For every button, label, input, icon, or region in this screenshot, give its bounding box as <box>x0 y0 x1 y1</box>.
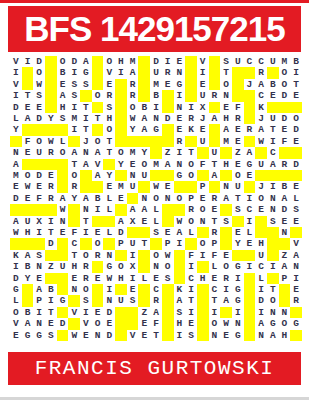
highlight-cell <box>80 90 92 101</box>
page-title: BFS 1429157215 <box>24 9 284 49</box>
highlight-cell <box>57 273 69 284</box>
highlight-cell <box>45 79 57 90</box>
letter-cell: E <box>103 318 115 329</box>
highlight-cell <box>57 170 69 181</box>
highlight-cell <box>22 295 34 306</box>
letter-cell: C <box>255 261 267 272</box>
letter-cell: S <box>68 90 80 101</box>
highlight-cell <box>92 295 104 306</box>
letter-cell: T <box>103 136 115 147</box>
letter-cell: B <box>22 261 34 272</box>
letter-cell: F <box>68 227 80 238</box>
highlight-cell <box>232 90 244 101</box>
letter-cell: N <box>33 318 45 329</box>
letter-cell: W <box>10 227 22 238</box>
letter-cell: I <box>185 102 197 113</box>
letter-cell: G <box>244 159 256 170</box>
highlight-cell <box>279 102 291 113</box>
letter-cell: O <box>185 159 197 170</box>
highlight-cell <box>174 261 186 272</box>
letter-cell: E <box>197 79 209 90</box>
highlight-cell <box>80 181 92 192</box>
letter-cell: G <box>232 284 244 295</box>
highlight-cell <box>45 250 57 261</box>
highlight-cell <box>45 204 57 215</box>
letter-cell: Y <box>45 113 57 124</box>
letter-cell: N <box>267 193 279 204</box>
letter-cell: N <box>197 216 209 227</box>
letter-cell: S <box>162 273 174 284</box>
letter-cell: L <box>103 227 115 238</box>
letter-cell: M <box>220 136 232 147</box>
letter-cell: T <box>80 102 92 113</box>
letter-cell: E <box>244 170 256 181</box>
letter-cell: H <box>103 113 115 124</box>
letter-cell: I <box>10 261 22 272</box>
letter-cell: C <box>68 238 80 249</box>
highlight-cell <box>220 307 232 318</box>
letter-cell: W <box>33 79 45 90</box>
highlight-cell <box>138 261 150 272</box>
letter-cell: W <box>103 273 115 284</box>
highlight-cell <box>267 67 279 78</box>
highlight-cell <box>127 318 139 329</box>
letter-cell: S <box>127 295 139 306</box>
letter-cell: T <box>220 67 232 78</box>
letter-cell: I <box>68 102 80 113</box>
letter-cell: R <box>127 90 139 101</box>
letter-cell: L <box>103 193 115 204</box>
letter-cell: E <box>197 193 209 204</box>
letter-cell: T <box>92 113 104 124</box>
letter-cell: M <box>150 159 162 170</box>
highlight-cell <box>209 56 221 67</box>
letter-cell: A <box>279 261 291 272</box>
letter-cell: W <box>220 318 232 329</box>
highlight-cell <box>115 250 127 261</box>
letter-cell: C <box>255 90 267 101</box>
letter-cell: R <box>209 193 221 204</box>
letter-cell: M <box>68 113 80 124</box>
highlight-cell <box>92 102 104 113</box>
letter-cell: O <box>127 102 139 113</box>
letter-cell: G <box>33 330 45 341</box>
top-red-border <box>0 0 309 3</box>
letter-cell: W <box>162 250 174 261</box>
letter-cell: T <box>22 90 34 101</box>
letter-cell: B <box>92 193 104 204</box>
letter-cell: E <box>162 79 174 90</box>
letter-cell: U <box>197 90 209 101</box>
letter-cell: A <box>290 250 302 261</box>
letter-cell: U <box>127 181 139 192</box>
letter-cell: S <box>174 307 186 318</box>
letter-cell: E <box>209 204 221 215</box>
letter-cell: A <box>209 170 221 181</box>
highlight-cell <box>209 102 221 113</box>
letter-cell: R <box>45 147 57 158</box>
letter-cell: A <box>138 204 150 215</box>
highlight-cell <box>92 124 104 135</box>
letter-cell: N <box>127 170 139 181</box>
letter-cell: I <box>33 227 45 238</box>
letter-cell: N <box>10 147 22 158</box>
letter-cell: O <box>267 295 279 306</box>
letter-cell: O <box>115 147 127 158</box>
letter-cell: A <box>138 113 150 124</box>
letter-cell: N <box>174 67 186 78</box>
highlight-cell <box>244 273 256 284</box>
letter-cell: T <box>290 79 302 90</box>
highlight-cell <box>209 181 221 192</box>
letter-cell: G <box>10 284 22 295</box>
letter-cell: E <box>138 216 150 227</box>
letter-cell: C <box>244 56 256 67</box>
letter-cell: U <box>267 56 279 67</box>
highlight-cell <box>45 159 57 170</box>
letter-cell: O <box>115 261 127 272</box>
highlight-cell <box>255 147 267 158</box>
letter-cell: T <box>103 147 115 158</box>
letter-cell: I <box>244 261 256 272</box>
letter-cell: U <box>232 56 244 67</box>
letter-cell: I <box>80 227 92 238</box>
highlight-cell <box>57 159 69 170</box>
letter-cell: E <box>290 181 302 192</box>
letter-cell: O <box>57 147 69 158</box>
letter-cell: C <box>255 56 267 67</box>
letter-cell: E <box>57 79 69 90</box>
highlight-cell <box>255 227 267 238</box>
letter-cell: O <box>290 113 302 124</box>
highlight-cell <box>162 330 174 341</box>
letter-cell: M <box>10 170 22 181</box>
letter-cell: I <box>127 250 139 261</box>
letter-cell: I <box>174 90 186 101</box>
letter-cell: E <box>255 204 267 215</box>
letter-cell: E <box>68 273 80 284</box>
letter-cell: B <box>138 102 150 113</box>
letter-cell: O <box>232 170 244 181</box>
letter-cell: F <box>185 250 197 261</box>
letter-cell: S <box>220 56 232 67</box>
highlight-cell <box>150 136 162 147</box>
highlight-cell <box>33 238 45 249</box>
highlight-cell <box>267 227 279 238</box>
letter-cell: A <box>220 193 232 204</box>
highlight-cell <box>115 102 127 113</box>
letter-cell: E <box>33 273 45 284</box>
letter-cell: E <box>92 227 104 238</box>
letter-cell: A <box>244 147 256 158</box>
letter-cell: U <box>209 147 221 158</box>
letter-cell: K <box>255 102 267 113</box>
letter-cell: D <box>279 113 291 124</box>
letter-cell: F <box>33 193 45 204</box>
letter-cell: B <box>290 56 302 67</box>
letter-cell: O <box>255 193 267 204</box>
letter-cell: A <box>174 295 186 306</box>
highlight-cell <box>244 295 256 306</box>
letter-cell: X <box>127 261 139 272</box>
letter-cell: P <box>115 238 127 249</box>
letter-cell: V <box>68 307 80 318</box>
letter-cell: A <box>255 79 267 90</box>
letter-cell: O <box>10 307 22 318</box>
letter-cell: T <box>185 295 197 306</box>
highlight-cell <box>267 273 279 284</box>
letter-cell: R <box>290 295 302 306</box>
letter-cell: P <box>209 238 221 249</box>
letter-cell: T <box>209 159 221 170</box>
letter-cell: I <box>68 67 80 78</box>
letter-cell: F <box>197 159 209 170</box>
letter-cell: I <box>68 124 80 135</box>
letter-cell: A <box>92 170 104 181</box>
highlight-cell <box>255 216 267 227</box>
highlight-cell <box>92 181 104 192</box>
letter-cell: B <box>150 90 162 101</box>
letter-cell: O <box>92 318 104 329</box>
letter-cell: H <box>115 273 127 284</box>
letter-cell: I <box>22 56 34 67</box>
highlight-cell <box>185 238 197 249</box>
highlight-cell <box>174 250 186 261</box>
letter-cell: T <box>68 250 80 261</box>
highlight-cell <box>244 90 256 101</box>
letter-cell: W <box>57 204 69 215</box>
letter-cell: S <box>185 330 197 341</box>
letter-cell: E <box>232 159 244 170</box>
letter-cell: E <box>45 170 57 181</box>
highlight-cell <box>45 67 57 78</box>
letter-cell: Y <box>22 273 34 284</box>
letter-cell: O <box>220 261 232 272</box>
highlight-cell <box>244 330 256 341</box>
highlight-cell <box>267 102 279 113</box>
highlight-cell <box>197 295 209 306</box>
letter-cell: W <box>127 113 139 124</box>
highlight-cell <box>115 90 127 101</box>
letter-cell: E <box>127 284 139 295</box>
letter-cell: A <box>10 216 22 227</box>
highlight-cell <box>162 216 174 227</box>
highlight-cell <box>68 295 80 306</box>
letter-cell: A <box>22 113 34 124</box>
highlight-cell <box>162 102 174 113</box>
letter-cell: R <box>92 250 104 261</box>
letter-cell: E <box>290 136 302 147</box>
letter-cell: N <box>232 318 244 329</box>
letter-cell: I <box>185 307 197 318</box>
highlight-cell <box>127 193 139 204</box>
letter-cell: U <box>57 261 69 272</box>
letter-cell: E <box>22 147 34 158</box>
letter-cell: A <box>57 90 69 101</box>
letter-cell: D <box>290 159 302 170</box>
highlight-cell <box>45 102 57 113</box>
highlight-cell <box>209 136 221 147</box>
letter-cell: G <box>174 79 186 90</box>
letter-cell: F <box>232 102 244 113</box>
letter-cell: A <box>255 318 267 329</box>
highlight-cell <box>115 284 127 295</box>
highlight-cell <box>220 204 232 215</box>
letter-cell: I <box>162 56 174 67</box>
letter-cell: Y <box>127 124 139 135</box>
letter-cell: T <box>80 216 92 227</box>
letter-cell: N <box>103 295 115 306</box>
letter-cell: O <box>197 238 209 249</box>
letter-cell: N <box>220 90 232 101</box>
letter-cell: I <box>33 307 45 318</box>
letter-cell: E <box>162 227 174 238</box>
highlight-cell <box>279 147 291 158</box>
letter-cell: H <box>22 227 34 238</box>
letter-cell: R <box>68 181 80 192</box>
letter-cell: E <box>22 102 34 113</box>
letter-cell: S <box>45 330 57 341</box>
letter-cell: N <box>92 330 104 341</box>
letter-cell: T <box>267 284 279 295</box>
letter-cell: F <box>209 250 221 261</box>
letter-cell: E <box>174 124 186 135</box>
letter-cell: A <box>279 193 291 204</box>
highlight-cell <box>138 284 150 295</box>
letter-cell: U <box>115 295 127 306</box>
highlight-cell <box>255 170 267 181</box>
highlight-cell <box>185 136 197 147</box>
letter-cell: R <box>209 227 221 238</box>
letter-cell: A <box>127 204 139 215</box>
letter-cell: A <box>22 318 34 329</box>
highlight-cell <box>162 204 174 215</box>
letter-cell: T <box>68 159 80 170</box>
letter-cell: D <box>57 318 69 329</box>
highlight-cell <box>138 181 150 192</box>
highlight-cell <box>22 204 34 215</box>
letter-cell: G <box>103 261 115 272</box>
letter-cell: T <box>267 124 279 135</box>
letter-cell: R <box>150 295 162 306</box>
letter-cell: N <box>57 216 69 227</box>
letter-cell: N <box>33 261 45 272</box>
word-search-grid: VIDODAOHMDIEVSUCCUMBIOBIGVIAURNITROIVWES… <box>10 56 302 341</box>
letter-cell: V <box>92 159 104 170</box>
highlight-cell <box>244 102 256 113</box>
letter-cell: R <box>185 204 197 215</box>
letter-cell: A <box>150 307 162 318</box>
letter-cell: H <box>68 261 80 272</box>
letter-cell: V <box>127 330 139 341</box>
letter-cell: B <box>45 284 57 295</box>
highlight-cell <box>290 102 302 113</box>
letter-cell: I <box>80 307 92 318</box>
highlight-cell <box>138 250 150 261</box>
letter-cell: O <box>103 56 115 67</box>
letter-cell: H <box>220 159 232 170</box>
letter-cell: I <box>127 273 139 284</box>
letter-cell: U <box>33 147 45 158</box>
letter-cell: V <box>103 67 115 78</box>
letter-cell: A <box>162 159 174 170</box>
letter-cell: H <box>255 238 267 249</box>
letter-cell: A <box>80 159 92 170</box>
letter-cell: G <box>232 261 244 272</box>
letter-cell: D <box>103 307 115 318</box>
letter-cell: O <box>150 250 162 261</box>
letter-cell: B <box>279 181 291 192</box>
letter-cell: D <box>45 238 57 249</box>
letter-cell: Z <box>162 147 174 158</box>
letter-cell: F <box>150 318 162 329</box>
letter-cell: O <box>209 318 221 329</box>
highlight-cell <box>232 67 244 78</box>
letter-cell: E <box>162 181 174 192</box>
letter-cell: O <box>80 284 92 295</box>
letter-cell: E <box>115 193 127 204</box>
highlight-cell <box>115 307 127 318</box>
letter-cell: W <box>255 136 267 147</box>
letter-cell: N <box>103 250 115 261</box>
letter-cell: E <box>138 318 150 329</box>
letter-cell: Y <box>103 170 115 181</box>
highlight-cell <box>197 284 209 295</box>
letter-cell: X <box>127 216 139 227</box>
letter-cell: L <box>10 295 22 306</box>
letter-cell: M <box>150 79 162 90</box>
letter-cell: R <box>103 90 115 101</box>
highlight-cell <box>197 170 209 181</box>
letter-cell: L <box>138 273 150 284</box>
highlight-cell <box>267 238 279 249</box>
letter-cell: R <box>209 90 221 101</box>
letter-cell: H <box>57 102 69 113</box>
letter-cell: N <box>220 181 232 192</box>
highlight-cell <box>10 204 22 215</box>
letter-cell: O <box>185 170 197 181</box>
letter-cell: I <box>10 90 22 101</box>
letter-cell: O <box>279 67 291 78</box>
letter-cell: N <box>290 261 302 272</box>
letter-cell: I <box>80 113 92 124</box>
letter-cell: C <box>185 273 197 284</box>
highlight-cell <box>138 90 150 101</box>
highlight-cell <box>244 307 256 318</box>
letter-cell: I <box>174 238 186 249</box>
letter-cell: S <box>150 227 162 238</box>
letter-cell: E <box>127 159 139 170</box>
highlight-cell <box>244 318 256 329</box>
letter-cell: A <box>80 193 92 204</box>
letter-cell: D <box>33 56 45 67</box>
letter-cell: I <box>267 136 279 147</box>
letter-cell: V <box>10 318 22 329</box>
letter-cell: V <box>10 56 22 67</box>
letter-cell: N <box>267 307 279 318</box>
highlight-cell <box>57 284 69 295</box>
letter-cell: D <box>10 193 22 204</box>
letter-cell: I <box>185 284 197 295</box>
letter-cell: A <box>174 227 186 238</box>
letter-cell: L <box>103 204 115 215</box>
letter-cell: R <box>174 136 186 147</box>
letter-cell: B <box>57 67 69 78</box>
letter-cell: L <box>244 227 256 238</box>
letter-cell: O <box>279 318 291 329</box>
highlight-cell <box>57 307 69 318</box>
letter-cell: U <box>255 250 267 261</box>
